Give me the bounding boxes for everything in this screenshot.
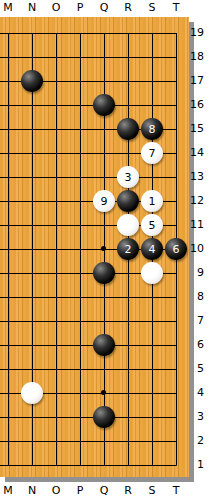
point-m13[interactable] <box>0 165 20 189</box>
point-q8[interactable] <box>92 285 116 309</box>
move-number: 9 <box>101 195 108 208</box>
point-t8[interactable] <box>164 285 188 309</box>
point-p14[interactable] <box>68 141 92 165</box>
point-p1[interactable] <box>68 453 92 477</box>
point-m11[interactable] <box>0 213 20 237</box>
point-t5[interactable] <box>164 357 188 381</box>
point-r3[interactable] <box>116 405 140 429</box>
point-m16[interactable] <box>0 93 20 117</box>
point-o15[interactable] <box>44 117 68 141</box>
point-r11[interactable] <box>116 213 140 237</box>
point-r13[interactable]: 3 <box>116 165 140 189</box>
point-s14[interactable]: 7 <box>140 141 164 165</box>
point-p12[interactable] <box>68 189 92 213</box>
row-label-10: 10 <box>190 241 204 257</box>
star-point-q10 <box>101 246 106 251</box>
point-o19[interactable] <box>44 21 68 45</box>
white-stone-q12[interactable]: 9 <box>93 190 115 212</box>
row-label-7: 7 <box>197 313 204 329</box>
point-o7[interactable] <box>44 309 68 333</box>
point-m6[interactable] <box>0 333 20 357</box>
point-m12[interactable] <box>0 189 20 213</box>
point-r14[interactable] <box>116 141 140 165</box>
point-p8[interactable] <box>68 285 92 309</box>
row-label-16: 16 <box>190 97 204 113</box>
row-label-6: 6 <box>197 337 204 353</box>
point-s1[interactable] <box>140 453 164 477</box>
move-number: 6 <box>173 243 180 256</box>
point-t12[interactable] <box>164 189 188 213</box>
point-p9[interactable] <box>68 261 92 285</box>
point-r15[interactable] <box>116 117 140 141</box>
black-stone-t10[interactable]: 6 <box>165 238 187 260</box>
point-s15[interactable]: 8 <box>140 117 164 141</box>
col-label-bottom-o: O <box>44 483 68 500</box>
point-r16[interactable] <box>116 93 140 117</box>
black-stone-r15[interactable] <box>117 118 139 140</box>
point-m9[interactable] <box>0 261 20 285</box>
point-n14[interactable] <box>20 141 44 165</box>
point-r1[interactable] <box>116 453 140 477</box>
point-m4[interactable] <box>0 381 20 405</box>
point-o10[interactable] <box>44 237 68 261</box>
point-n9[interactable] <box>20 261 44 285</box>
point-m15[interactable] <box>0 117 20 141</box>
point-n11[interactable] <box>20 213 44 237</box>
point-t18[interactable] <box>164 45 188 69</box>
point-m10[interactable] <box>0 237 20 261</box>
black-stone-s15[interactable]: 8 <box>141 118 163 140</box>
col-label-top-t: T <box>164 0 188 17</box>
point-n8[interactable] <box>20 285 44 309</box>
point-t3[interactable] <box>164 405 188 429</box>
point-p13[interactable] <box>68 165 92 189</box>
point-s7[interactable] <box>140 309 164 333</box>
row-label-18: 18 <box>190 49 204 65</box>
point-p3[interactable] <box>68 405 92 429</box>
row-label-2: 2 <box>197 433 204 449</box>
point-q12[interactable]: 9 <box>92 189 116 213</box>
black-stone-q16[interactable] <box>93 94 115 116</box>
point-p4[interactable] <box>68 381 92 405</box>
point-r12[interactable] <box>116 189 140 213</box>
col-label-bottom-t: T <box>164 483 188 500</box>
point-p6[interactable] <box>68 333 92 357</box>
point-p15[interactable] <box>68 117 92 141</box>
row-label-15: 15 <box>190 121 204 137</box>
point-n5[interactable] <box>20 357 44 381</box>
point-q13[interactable] <box>92 165 116 189</box>
point-s8[interactable] <box>140 285 164 309</box>
point-m3[interactable] <box>0 405 20 429</box>
point-m19[interactable] <box>0 21 20 45</box>
point-s19[interactable] <box>140 21 164 45</box>
point-t16[interactable] <box>164 93 188 117</box>
point-t11[interactable] <box>164 213 188 237</box>
point-n17[interactable] <box>20 69 44 93</box>
point-q19[interactable] <box>92 21 116 45</box>
point-q17[interactable] <box>92 69 116 93</box>
row-label-13: 13 <box>190 169 204 185</box>
go-board: 873915246 <box>0 17 189 477</box>
col-label-bottom-q: Q <box>92 483 116 500</box>
point-t1[interactable] <box>164 453 188 477</box>
point-n2[interactable] <box>20 429 44 453</box>
point-o6[interactable] <box>44 333 68 357</box>
point-o12[interactable] <box>44 189 68 213</box>
point-m2[interactable] <box>0 429 20 453</box>
point-o13[interactable] <box>44 165 68 189</box>
point-n6[interactable] <box>20 333 44 357</box>
point-s10[interactable]: 4 <box>140 237 164 261</box>
point-s18[interactable] <box>140 45 164 69</box>
point-n7[interactable] <box>20 309 44 333</box>
point-s17[interactable] <box>140 69 164 93</box>
board-grid: 873915246 <box>0 21 188 477</box>
white-stone-r11[interactable] <box>117 214 139 236</box>
star-point-q4 <box>101 390 106 395</box>
move-number: 5 <box>149 219 156 232</box>
row-label-1: 1 <box>197 457 204 473</box>
point-r5[interactable] <box>116 357 140 381</box>
point-t2[interactable] <box>164 429 188 453</box>
point-m18[interactable] <box>0 45 20 69</box>
move-number: 2 <box>125 243 132 256</box>
point-r17[interactable] <box>116 69 140 93</box>
col-label-bottom-n: N <box>20 483 44 500</box>
col-label-top-s: S <box>140 0 164 17</box>
white-stone-s14[interactable]: 7 <box>141 142 163 164</box>
point-r10[interactable]: 2 <box>116 237 140 261</box>
point-o5[interactable] <box>44 357 68 381</box>
point-m8[interactable] <box>0 285 20 309</box>
point-o2[interactable] <box>44 429 68 453</box>
point-n15[interactable] <box>20 117 44 141</box>
row-label-3: 3 <box>197 409 204 425</box>
point-r9[interactable] <box>116 261 140 285</box>
point-o18[interactable] <box>44 45 68 69</box>
col-label-top-n: N <box>20 0 44 17</box>
black-stone-n17[interactable] <box>21 70 43 92</box>
row-label-11: 11 <box>190 217 204 233</box>
point-t7[interactable] <box>164 309 188 333</box>
point-n4[interactable] <box>20 381 44 405</box>
point-n1[interactable] <box>20 453 44 477</box>
point-o3[interactable] <box>44 405 68 429</box>
point-q10[interactable] <box>92 237 116 261</box>
move-number: 1 <box>149 195 156 208</box>
point-o1[interactable] <box>44 453 68 477</box>
point-q6[interactable] <box>92 333 116 357</box>
col-label-bottom-m: M <box>0 483 20 500</box>
point-s11[interactable]: 5 <box>140 213 164 237</box>
point-s2[interactable] <box>140 429 164 453</box>
point-r2[interactable] <box>116 429 140 453</box>
row-label-4: 4 <box>197 385 204 401</box>
point-p5[interactable] <box>68 357 92 381</box>
point-t13[interactable] <box>164 165 188 189</box>
point-o9[interactable] <box>44 261 68 285</box>
col-label-top-o: O <box>44 0 68 17</box>
point-q3[interactable] <box>92 405 116 429</box>
point-n10[interactable] <box>20 237 44 261</box>
point-n3[interactable] <box>20 405 44 429</box>
point-s5[interactable] <box>140 357 164 381</box>
point-t9[interactable] <box>164 261 188 285</box>
point-m17[interactable] <box>0 69 20 93</box>
point-p18[interactable] <box>68 45 92 69</box>
col-label-top-q: Q <box>92 0 116 17</box>
point-n16[interactable] <box>20 93 44 117</box>
point-q11[interactable] <box>92 213 116 237</box>
point-p17[interactable] <box>68 69 92 93</box>
point-t6[interactable] <box>164 333 188 357</box>
point-s12[interactable]: 1 <box>140 189 164 213</box>
point-p10[interactable] <box>68 237 92 261</box>
point-s6[interactable] <box>140 333 164 357</box>
point-p7[interactable] <box>68 309 92 333</box>
point-q4[interactable] <box>92 381 116 405</box>
point-o14[interactable] <box>44 141 68 165</box>
point-t10[interactable]: 6 <box>164 237 188 261</box>
go-diagram: MNOPQRST 873915246 MNOPQRST 191817161514… <box>0 0 212 500</box>
white-stone-s9[interactable] <box>141 262 163 284</box>
point-m14[interactable] <box>0 141 20 165</box>
point-r7[interactable] <box>116 309 140 333</box>
point-o11[interactable] <box>44 213 68 237</box>
point-q9[interactable] <box>92 261 116 285</box>
move-number: 4 <box>149 243 156 256</box>
black-stone-s10[interactable]: 4 <box>141 238 163 260</box>
col-label-top-m: M <box>0 0 20 17</box>
point-p11[interactable] <box>68 213 92 237</box>
point-q5[interactable] <box>92 357 116 381</box>
point-s16[interactable] <box>140 93 164 117</box>
point-n18[interactable] <box>20 45 44 69</box>
black-stone-r12[interactable] <box>117 190 139 212</box>
point-s4[interactable] <box>140 381 164 405</box>
row-label-8: 8 <box>197 289 204 305</box>
point-q15[interactable] <box>92 117 116 141</box>
point-t19[interactable] <box>164 21 188 45</box>
point-q16[interactable] <box>92 93 116 117</box>
white-stone-r13[interactable]: 3 <box>117 166 139 188</box>
col-label-bottom-p: P <box>68 483 92 500</box>
white-stone-n4[interactable] <box>21 382 43 404</box>
point-r18[interactable] <box>116 45 140 69</box>
row-label-14: 14 <box>190 145 204 161</box>
col-label-top-r: R <box>116 0 140 17</box>
point-p16[interactable] <box>68 93 92 117</box>
point-q7[interactable] <box>92 309 116 333</box>
move-number: 7 <box>149 147 156 160</box>
point-n19[interactable] <box>20 21 44 45</box>
row-label-12: 12 <box>190 193 204 209</box>
point-m7[interactable] <box>0 309 20 333</box>
point-s3[interactable] <box>140 405 164 429</box>
point-t4[interactable] <box>164 381 188 405</box>
col-label-top-p: P <box>68 0 92 17</box>
point-o4[interactable] <box>44 381 68 405</box>
row-label-17: 17 <box>190 73 204 89</box>
point-o16[interactable] <box>44 93 68 117</box>
point-r4[interactable] <box>116 381 140 405</box>
row-label-9: 9 <box>197 265 204 281</box>
point-o17[interactable] <box>44 69 68 93</box>
point-t14[interactable] <box>164 141 188 165</box>
white-stone-s12[interactable]: 1 <box>141 190 163 212</box>
point-p2[interactable] <box>68 429 92 453</box>
black-stone-q9[interactable] <box>93 262 115 284</box>
point-q14[interactable] <box>92 141 116 165</box>
row-label-19: 19 <box>190 25 204 41</box>
point-n12[interactable] <box>20 189 44 213</box>
move-number: 8 <box>149 123 156 136</box>
point-t15[interactable] <box>164 117 188 141</box>
point-t17[interactable] <box>164 69 188 93</box>
row-label-5: 5 <box>197 361 204 377</box>
point-r19[interactable] <box>116 21 140 45</box>
col-label-bottom-r: R <box>116 483 140 500</box>
point-m5[interactable] <box>0 357 20 381</box>
point-r8[interactable] <box>116 285 140 309</box>
point-m1[interactable] <box>0 453 20 477</box>
point-q1[interactable] <box>92 453 116 477</box>
point-n13[interactable] <box>20 165 44 189</box>
point-s9[interactable] <box>140 261 164 285</box>
col-label-bottom-s: S <box>140 483 164 500</box>
point-q2[interactable] <box>92 429 116 453</box>
black-stone-q3[interactable] <box>93 406 115 428</box>
move-number: 3 <box>125 171 132 184</box>
black-stone-q6[interactable] <box>93 334 115 356</box>
point-p19[interactable] <box>68 21 92 45</box>
black-stone-r10[interactable]: 2 <box>117 238 139 260</box>
point-o8[interactable] <box>44 285 68 309</box>
point-q18[interactable] <box>92 45 116 69</box>
point-r6[interactable] <box>116 333 140 357</box>
point-s13[interactable] <box>140 165 164 189</box>
white-stone-s11[interactable]: 5 <box>141 214 163 236</box>
